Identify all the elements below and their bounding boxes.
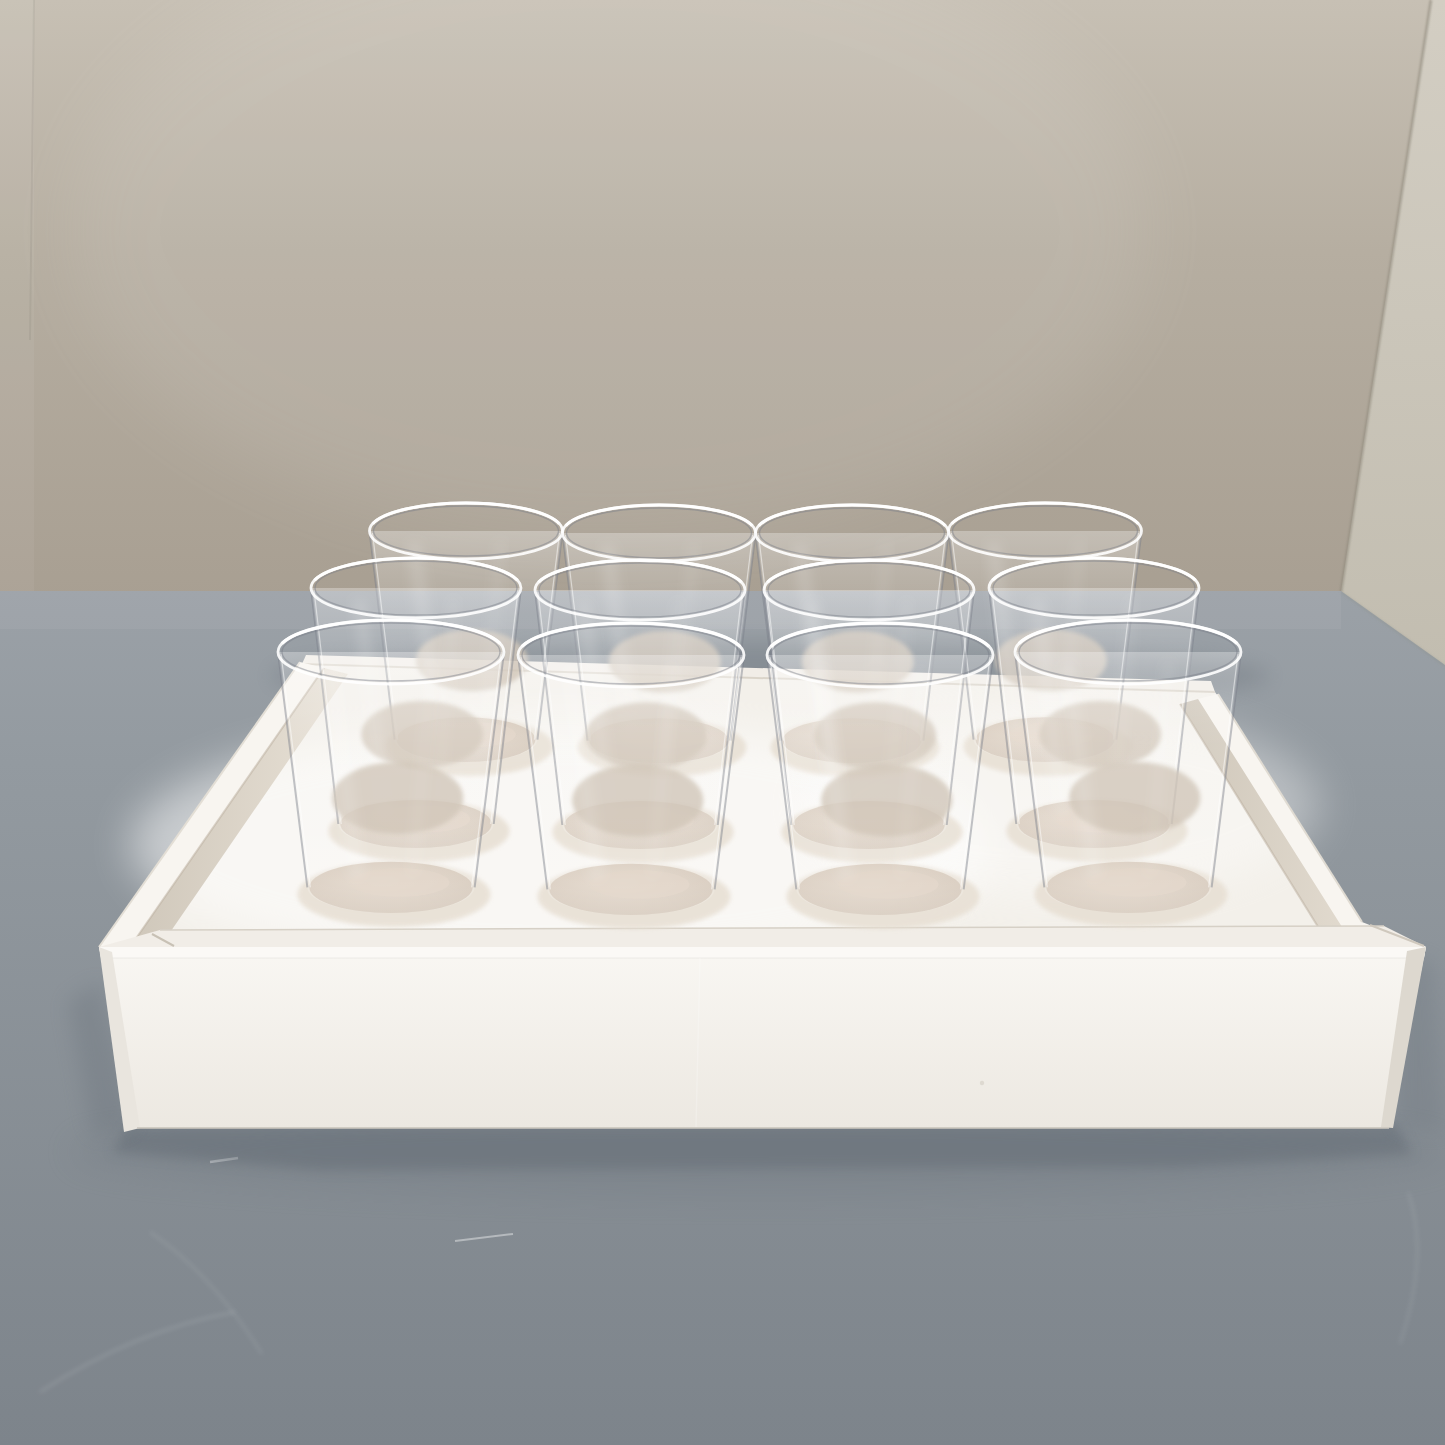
box-front: [99, 947, 1426, 1132]
cup-r3c3: [767, 623, 993, 929]
cup-r3c1: [278, 620, 504, 927]
scene-canvas: [0, 0, 1445, 1445]
box-front-face: [99, 947, 1426, 1128]
box-front-top-lip: [99, 947, 1426, 958]
cup-r3c2: [518, 623, 744, 929]
cup-r3c4: [1015, 620, 1241, 927]
photo-cups-in-tray: [0, 0, 1445, 1445]
cardboard-fleck: [980, 1081, 984, 1085]
wall-left-strip: [0, 0, 34, 600]
